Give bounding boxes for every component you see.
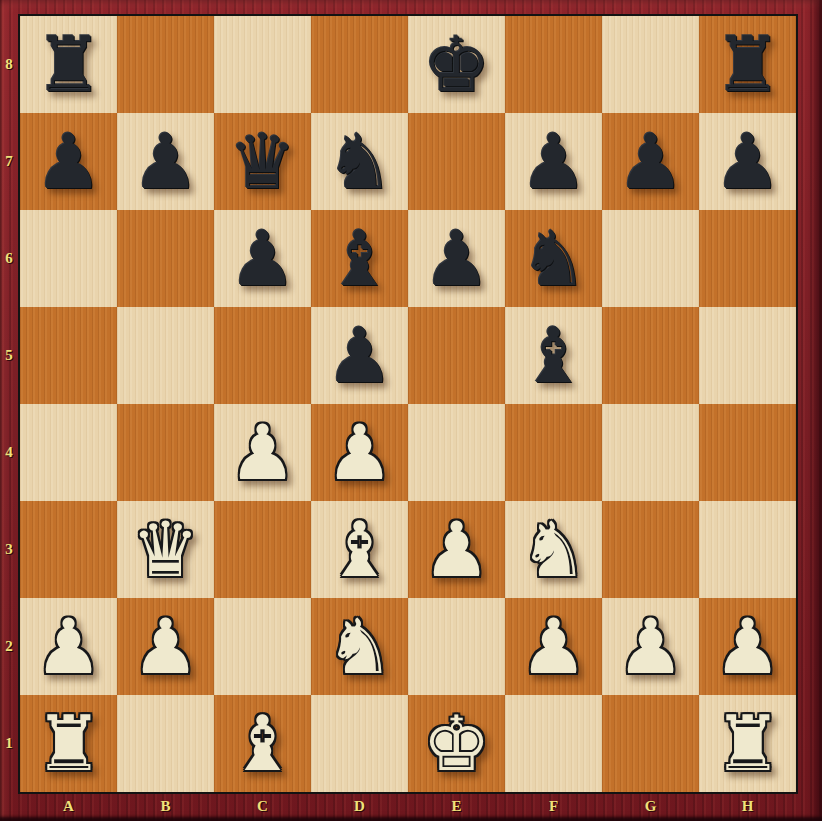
square-f6[interactable]: ♞ <box>505 210 602 307</box>
file-label-f: F <box>505 794 602 819</box>
black-pawn: ♟ <box>131 113 199 210</box>
square-d7[interactable]: ♞ <box>311 113 408 210</box>
square-g5[interactable] <box>602 307 699 404</box>
square-c7[interactable]: ♛ <box>214 113 311 210</box>
square-e2[interactable] <box>408 598 505 695</box>
square-f7[interactable]: ♟ <box>505 113 602 210</box>
white-bishop: ♝ <box>325 501 393 598</box>
black-king: ♚ <box>422 16 490 113</box>
square-b8[interactable] <box>117 16 214 113</box>
square-h6[interactable] <box>699 210 796 307</box>
file-label-d: D <box>311 794 408 819</box>
rank-label-2: 2 <box>0 598 18 695</box>
square-b1[interactable] <box>117 695 214 792</box>
square-e8[interactable]: ♚ <box>408 16 505 113</box>
square-f5[interactable]: ♝ <box>505 307 602 404</box>
square-a1[interactable]: ♜ <box>20 695 117 792</box>
board-frame: 87654321 ♜♚♜♟♟♛♞♟♟♟♟♝♟♞♟♝♟♟♛♝♟♞♟♟♞♟♟♟♜♝♚… <box>0 0 822 821</box>
square-a7[interactable]: ♟ <box>20 113 117 210</box>
white-pawn: ♟ <box>422 501 490 598</box>
file-label-e: E <box>408 794 505 819</box>
square-e4[interactable] <box>408 404 505 501</box>
file-label-h: H <box>699 794 796 819</box>
black-pawn: ♟ <box>228 210 296 307</box>
square-f1[interactable] <box>505 695 602 792</box>
file-labels: ABCDEFGH <box>20 794 796 819</box>
square-a2[interactable]: ♟ <box>20 598 117 695</box>
square-a3[interactable] <box>20 501 117 598</box>
square-d6[interactable]: ♝ <box>311 210 408 307</box>
square-c5[interactable] <box>214 307 311 404</box>
square-b7[interactable]: ♟ <box>117 113 214 210</box>
square-g7[interactable]: ♟ <box>602 113 699 210</box>
square-f3[interactable]: ♞ <box>505 501 602 598</box>
square-e7[interactable] <box>408 113 505 210</box>
square-c3[interactable] <box>214 501 311 598</box>
white-rook: ♜ <box>713 695 781 792</box>
square-h3[interactable] <box>699 501 796 598</box>
black-pawn: ♟ <box>325 307 393 404</box>
square-a4[interactable] <box>20 404 117 501</box>
square-d4[interactable]: ♟ <box>311 404 408 501</box>
white-bishop: ♝ <box>228 695 296 792</box>
square-a6[interactable] <box>20 210 117 307</box>
square-f8[interactable] <box>505 16 602 113</box>
rank-label-1: 1 <box>0 695 18 792</box>
square-h4[interactable] <box>699 404 796 501</box>
square-h5[interactable] <box>699 307 796 404</box>
square-e5[interactable] <box>408 307 505 404</box>
square-b2[interactable]: ♟ <box>117 598 214 695</box>
black-knight: ♞ <box>325 113 393 210</box>
file-label-c: C <box>214 794 311 819</box>
square-a8[interactable]: ♜ <box>20 16 117 113</box>
black-bishop: ♝ <box>519 307 587 404</box>
white-king: ♚ <box>422 695 490 792</box>
rank-label-6: 6 <box>0 210 18 307</box>
chess-board: ♜♚♜♟♟♛♞♟♟♟♟♝♟♞♟♝♟♟♛♝♟♞♟♟♞♟♟♟♜♝♚♜ <box>18 14 798 794</box>
square-h2[interactable]: ♟ <box>699 598 796 695</box>
white-knight: ♞ <box>519 501 587 598</box>
square-b4[interactable] <box>117 404 214 501</box>
file-label-g: G <box>602 794 699 819</box>
black-pawn: ♟ <box>616 113 684 210</box>
rank-label-5: 5 <box>0 307 18 404</box>
black-pawn: ♟ <box>34 113 102 210</box>
square-f4[interactable] <box>505 404 602 501</box>
rank-label-7: 7 <box>0 113 18 210</box>
square-d1[interactable] <box>311 695 408 792</box>
black-knight: ♞ <box>519 210 587 307</box>
white-queen: ♛ <box>131 501 199 598</box>
white-pawn: ♟ <box>325 404 393 501</box>
black-rook: ♜ <box>34 16 102 113</box>
black-queen: ♛ <box>228 113 296 210</box>
square-e1[interactable]: ♚ <box>408 695 505 792</box>
square-d8[interactable] <box>311 16 408 113</box>
square-g8[interactable] <box>602 16 699 113</box>
white-pawn: ♟ <box>713 598 781 695</box>
square-h7[interactable]: ♟ <box>699 113 796 210</box>
file-label-a: A <box>20 794 117 819</box>
white-pawn: ♟ <box>519 598 587 695</box>
white-pawn: ♟ <box>34 598 102 695</box>
white-rook: ♜ <box>34 695 102 792</box>
square-c4[interactable]: ♟ <box>214 404 311 501</box>
square-d3[interactable]: ♝ <box>311 501 408 598</box>
white-pawn: ♟ <box>131 598 199 695</box>
rank-label-4: 4 <box>0 404 18 501</box>
rank-label-8: 8 <box>0 16 18 113</box>
black-rook: ♜ <box>713 16 781 113</box>
white-pawn: ♟ <box>616 598 684 695</box>
square-c1[interactable]: ♝ <box>214 695 311 792</box>
square-h1[interactable]: ♜ <box>699 695 796 792</box>
black-pawn: ♟ <box>519 113 587 210</box>
square-h8[interactable]: ♜ <box>699 16 796 113</box>
square-g1[interactable] <box>602 695 699 792</box>
black-pawn: ♟ <box>713 113 781 210</box>
square-g6[interactable] <box>602 210 699 307</box>
black-bishop: ♝ <box>325 210 393 307</box>
square-d5[interactable]: ♟ <box>311 307 408 404</box>
square-e3[interactable]: ♟ <box>408 501 505 598</box>
square-a5[interactable] <box>20 307 117 404</box>
square-e6[interactable]: ♟ <box>408 210 505 307</box>
rank-label-3: 3 <box>0 501 18 598</box>
square-b6[interactable] <box>117 210 214 307</box>
square-c6[interactable]: ♟ <box>214 210 311 307</box>
square-b5[interactable] <box>117 307 214 404</box>
white-pawn: ♟ <box>228 404 296 501</box>
square-f2[interactable]: ♟ <box>505 598 602 695</box>
square-c2[interactable] <box>214 598 311 695</box>
rank-labels: 87654321 <box>0 16 18 792</box>
square-b3[interactable]: ♛ <box>117 501 214 598</box>
white-knight: ♞ <box>325 598 393 695</box>
square-g3[interactable] <box>602 501 699 598</box>
square-c8[interactable] <box>214 16 311 113</box>
square-g2[interactable]: ♟ <box>602 598 699 695</box>
file-label-b: B <box>117 794 214 819</box>
square-d2[interactable]: ♞ <box>311 598 408 695</box>
square-g4[interactable] <box>602 404 699 501</box>
black-pawn: ♟ <box>422 210 490 307</box>
